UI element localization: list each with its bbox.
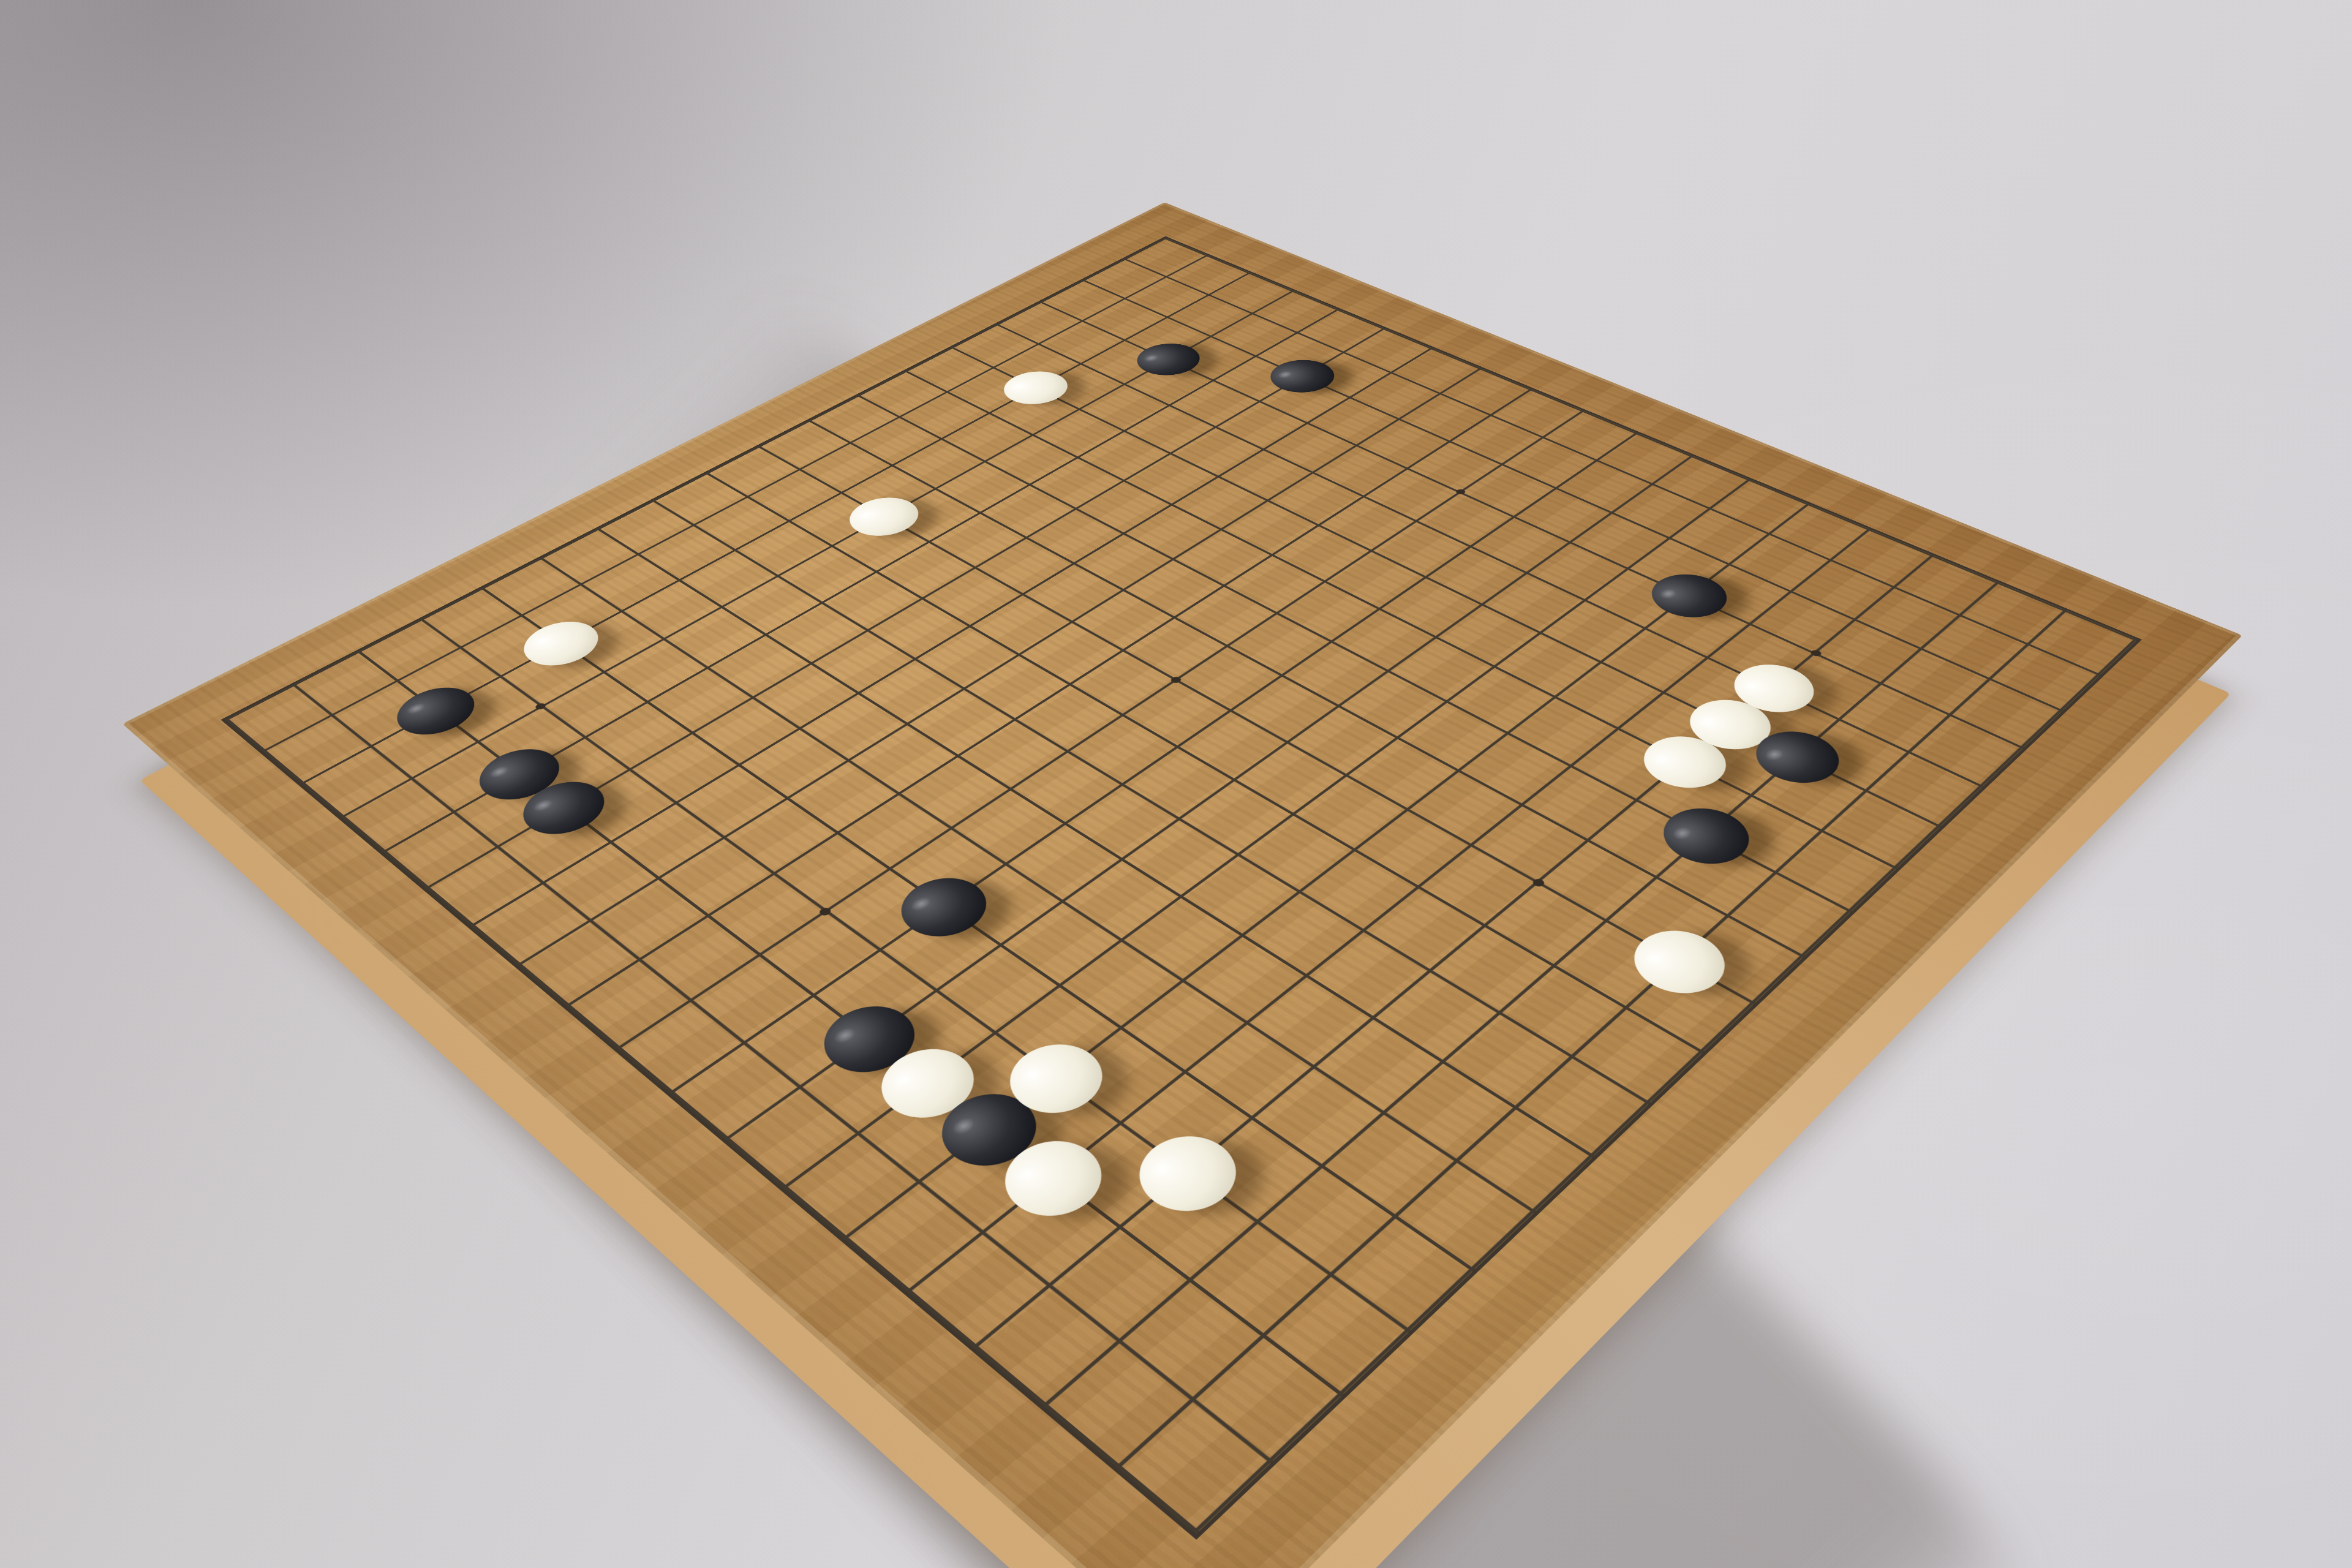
stone-highlight bbox=[1145, 1157, 1177, 1182]
star-point-D16 bbox=[534, 702, 548, 710]
white-stone-D6[interactable] bbox=[992, 1031, 1121, 1128]
black-stone-C6[interactable] bbox=[922, 1080, 1055, 1181]
black-stone-M3[interactable] bbox=[1647, 797, 1765, 875]
black-stone-Q16[interactable] bbox=[1124, 337, 1213, 382]
grid-lines[interactable] bbox=[221, 236, 2142, 1540]
stone-highlight bbox=[830, 1025, 859, 1046]
black-stone-O3[interactable] bbox=[1741, 722, 1855, 794]
stone-highlight bbox=[1656, 587, 1679, 601]
stone-highlight bbox=[404, 701, 429, 717]
stone-highlight bbox=[1016, 1063, 1046, 1085]
stone-highlight bbox=[907, 894, 935, 913]
white-stone-O4[interactable] bbox=[1674, 690, 1786, 759]
stone-highlight bbox=[1008, 381, 1029, 391]
go-board bbox=[123, 202, 2243, 1568]
board-top-face[interactable] bbox=[123, 202, 2243, 1568]
black-stone-Q6[interactable] bbox=[1637, 566, 1741, 627]
star-point-K4 bbox=[1531, 877, 1546, 888]
white-stone-K2[interactable] bbox=[1616, 918, 1742, 1006]
white-stone-P4[interactable] bbox=[1719, 655, 1829, 723]
stone-highlight bbox=[1739, 678, 1763, 693]
black-stone-C15[interactable] bbox=[464, 739, 575, 810]
black-stone-C17[interactable] bbox=[382, 678, 489, 744]
stone-highlight bbox=[530, 634, 554, 648]
stone-highlight bbox=[854, 509, 877, 521]
black-stone-C14[interactable] bbox=[507, 772, 620, 845]
stone-highlight bbox=[486, 764, 512, 780]
star-point-Q10 bbox=[1454, 489, 1467, 496]
stone-highlight bbox=[1275, 369, 1295, 380]
photo-go-board-scene: { "game": { "name": "Go", "variant": "19… bbox=[0, 0, 2352, 1568]
stone-highlight bbox=[529, 797, 556, 814]
stone-highlight bbox=[1141, 353, 1161, 363]
white-stone-E17[interactable] bbox=[510, 613, 612, 675]
table-surface bbox=[0, 0, 2352, 1568]
star-point-D4 bbox=[1179, 1166, 1197, 1180]
stone-highlight bbox=[948, 1114, 979, 1137]
white-stone-C7[interactable] bbox=[863, 1036, 993, 1133]
black-stone-C8[interactable] bbox=[805, 993, 933, 1087]
star-point-D10 bbox=[818, 907, 833, 917]
stone-highlight bbox=[1762, 746, 1787, 763]
stone-highlight bbox=[1640, 948, 1668, 968]
white-stone-D4[interactable] bbox=[1120, 1121, 1256, 1227]
stone-highlight bbox=[1669, 824, 1695, 842]
white-stone-N4[interactable] bbox=[1628, 726, 1742, 798]
white-stone-C5[interactable] bbox=[985, 1126, 1121, 1232]
white-stone-O17[interactable] bbox=[991, 365, 1080, 411]
white-stone-K16[interactable] bbox=[836, 490, 933, 544]
stone-highlight bbox=[1649, 751, 1675, 767]
star-point-K10 bbox=[1169, 676, 1183, 684]
black-stone-E9[interactable] bbox=[884, 867, 1003, 949]
stone-highlight bbox=[1011, 1162, 1042, 1186]
stone-highlight bbox=[1695, 714, 1720, 730]
stone-highlight bbox=[888, 1069, 918, 1091]
black-stone-R14[interactable] bbox=[1257, 353, 1347, 399]
star-point-Q4 bbox=[1809, 649, 1823, 658]
